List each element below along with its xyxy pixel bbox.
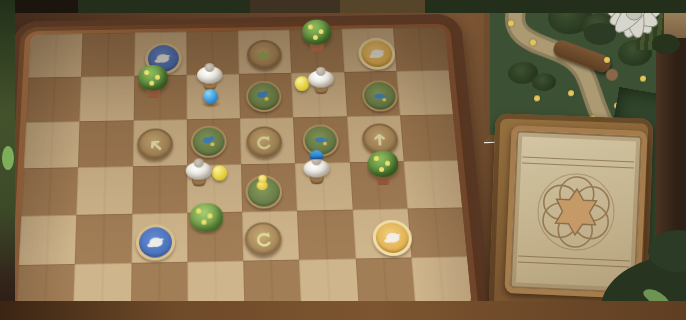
hedge-branch [250,0,340,13]
board-field [16,27,472,316]
dark-leaf [652,34,680,54]
top-hedge [0,0,686,13]
board-cell[interactable] [396,70,453,115]
board-cell[interactable] [400,114,458,161]
six-point-star [555,188,597,236]
left-leaf [2,146,14,170]
board-cell[interactable] [75,214,132,264]
board-frame [0,14,493,320]
table-edge [0,301,686,320]
game-board [0,14,493,320]
board-cell[interactable] [407,207,467,257]
board-cell[interactable] [21,167,78,216]
card-line [518,262,630,268]
board-cell[interactable] [297,210,355,260]
board-cell[interactable] [24,121,80,168]
board-cell[interactable] [403,160,462,208]
dark-leaf [584,23,616,45]
game-screenshot [0,0,686,320]
card-line [522,157,634,163]
hedge-branch [340,0,425,13]
card-flower-emblem [531,167,621,257]
board-cell[interactable] [80,76,134,122]
board-cell[interactable] [19,215,77,265]
board-cell[interactable] [77,166,133,215]
board-cell[interactable] [29,33,83,77]
board-cell[interactable] [81,33,134,77]
board-cell[interactable] [132,165,187,214]
board-cell[interactable] [393,27,449,71]
board-cell[interactable] [26,77,81,123]
board-cell[interactable] [78,120,133,167]
